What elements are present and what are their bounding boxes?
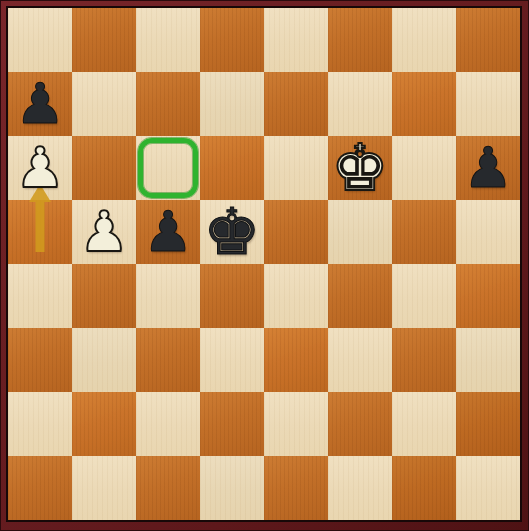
square-e6[interactable] — [264, 136, 328, 200]
square-d1[interactable] — [200, 456, 264, 520]
piece-black-pawn-c5[interactable]: ♟ — [143, 200, 193, 264]
piece-black-pawn-a7[interactable]: ♟ — [15, 72, 65, 136]
square-g8[interactable] — [392, 8, 456, 72]
square-a3[interactable] — [8, 328, 72, 392]
square-e7[interactable] — [264, 72, 328, 136]
square-b6[interactable] — [72, 136, 136, 200]
square-g3[interactable] — [392, 328, 456, 392]
square-h1[interactable] — [456, 456, 520, 520]
square-d6[interactable] — [200, 136, 264, 200]
square-h4[interactable] — [456, 264, 520, 328]
square-h5[interactable] — [456, 200, 520, 264]
square-d7[interactable] — [200, 72, 264, 136]
square-c1[interactable] — [136, 456, 200, 520]
square-a6[interactable]: ♟ — [8, 136, 72, 200]
square-g4[interactable] — [392, 264, 456, 328]
square-a2[interactable] — [8, 392, 72, 456]
piece-black-king-d5[interactable]: ♚ — [203, 200, 260, 264]
square-e1[interactable] — [264, 456, 328, 520]
piece-black-pawn-h6[interactable]: ♟ — [463, 136, 513, 200]
square-d3[interactable] — [200, 328, 264, 392]
piece-white-pawn-b5[interactable]: ♟ — [79, 200, 129, 264]
square-f3[interactable] — [328, 328, 392, 392]
square-b1[interactable] — [72, 456, 136, 520]
square-f8[interactable] — [328, 8, 392, 72]
square-f7[interactable] — [328, 72, 392, 136]
square-f6[interactable]: ♚ — [328, 136, 392, 200]
square-b2[interactable] — [72, 392, 136, 456]
highlight-square-c6 — [138, 138, 198, 198]
square-f1[interactable] — [328, 456, 392, 520]
square-e5[interactable] — [264, 200, 328, 264]
square-b5[interactable]: ♟ — [72, 200, 136, 264]
square-d5[interactable]: ♚ — [200, 200, 264, 264]
square-a7[interactable]: ♟ — [8, 72, 72, 136]
square-a1[interactable] — [8, 456, 72, 520]
square-c7[interactable] — [136, 72, 200, 136]
square-e3[interactable] — [264, 328, 328, 392]
chess-board: ♟♟♚♟♟♟♚ — [8, 8, 520, 520]
square-e4[interactable] — [264, 264, 328, 328]
square-g2[interactable] — [392, 392, 456, 456]
square-h6[interactable]: ♟ — [456, 136, 520, 200]
square-c8[interactable] — [136, 8, 200, 72]
square-e2[interactable] — [264, 392, 328, 456]
square-h8[interactable] — [456, 8, 520, 72]
square-b8[interactable] — [72, 8, 136, 72]
square-c6[interactable] — [136, 136, 200, 200]
square-c5[interactable]: ♟ — [136, 200, 200, 264]
square-f5[interactable] — [328, 200, 392, 264]
square-d8[interactable] — [200, 8, 264, 72]
square-h7[interactable] — [456, 72, 520, 136]
square-a5[interactable] — [8, 200, 72, 264]
square-b4[interactable] — [72, 264, 136, 328]
square-g5[interactable] — [392, 200, 456, 264]
square-h3[interactable] — [456, 328, 520, 392]
square-b7[interactable] — [72, 72, 136, 136]
square-f4[interactable] — [328, 264, 392, 328]
square-a8[interactable] — [8, 8, 72, 72]
square-b3[interactable] — [72, 328, 136, 392]
square-h2[interactable] — [456, 392, 520, 456]
square-g1[interactable] — [392, 456, 456, 520]
chess-app-window: ♟♟♚♟♟♟♚ — [0, 0, 529, 531]
piece-white-king-f6[interactable]: ♚ — [331, 136, 388, 200]
square-d4[interactable] — [200, 264, 264, 328]
square-d2[interactable] — [200, 392, 264, 456]
square-g7[interactable] — [392, 72, 456, 136]
square-a4[interactable] — [8, 264, 72, 328]
piece-white-pawn-a6[interactable]: ♟ — [15, 136, 65, 200]
square-c2[interactable] — [136, 392, 200, 456]
square-f2[interactable] — [328, 392, 392, 456]
square-c4[interactable] — [136, 264, 200, 328]
square-g6[interactable] — [392, 136, 456, 200]
square-e8[interactable] — [264, 8, 328, 72]
square-c3[interactable] — [136, 328, 200, 392]
